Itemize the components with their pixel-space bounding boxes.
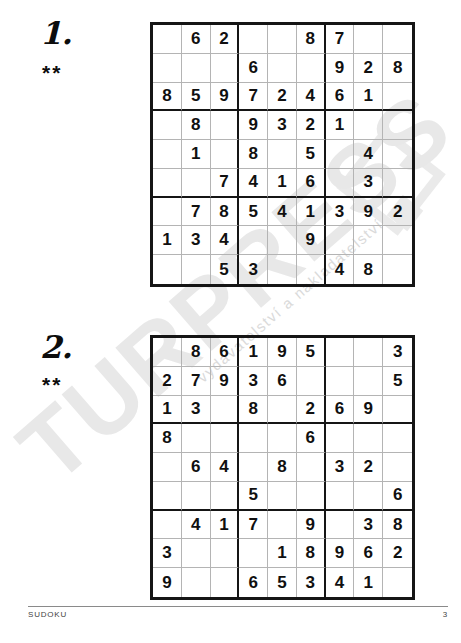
sudoku-cell-empty: [153, 511, 182, 540]
sudoku-cell-given: 3: [153, 539, 182, 568]
sudoku-cell-given: 3: [354, 511, 383, 540]
book-page: TURPRESS vydavatelství a nakladatelství …: [0, 0, 461, 643]
sudoku-cell-given: 1: [211, 511, 240, 540]
sudoku-cell-empty: [153, 255, 182, 284]
sudoku-cell-given: 2: [383, 198, 412, 227]
sudoku-cell-given: 8: [211, 198, 240, 227]
sudoku-cell-given: 8: [268, 453, 297, 482]
sudoku-cell-given: 4: [211, 453, 240, 482]
sudoku-cell-empty: [153, 482, 182, 511]
sudoku-cell-empty: [326, 367, 355, 396]
sudoku-cell-given: 6: [182, 453, 211, 482]
sudoku-cell-empty: [239, 424, 268, 453]
sudoku-cell-empty: [268, 482, 297, 511]
sudoku-cell-given: 3: [326, 198, 355, 227]
sudoku-cell-empty: [153, 111, 182, 140]
sudoku-cell-empty: [326, 140, 355, 169]
sudoku-cell-empty: [211, 396, 240, 425]
sudoku-cell-given: 9: [326, 539, 355, 568]
puzzle-1-number: 1.: [40, 18, 72, 49]
sudoku-cell-empty: [182, 54, 211, 83]
sudoku-cell-empty: [268, 226, 297, 255]
sudoku-cell-given: 2: [383, 539, 412, 568]
sudoku-cell-empty: [297, 255, 326, 284]
sudoku-cell-empty: [383, 396, 412, 425]
sudoku-cell-empty: [153, 169, 182, 198]
sudoku-cell-empty: [354, 367, 383, 396]
sudoku-cell-empty: [268, 255, 297, 284]
sudoku-cell-empty: [354, 226, 383, 255]
sudoku-cell-given: 2: [354, 453, 383, 482]
sudoku-cell-given: 8: [383, 511, 412, 540]
sudoku-cell-given: 3: [182, 226, 211, 255]
sudoku-cell-given: 6: [297, 169, 326, 198]
sudoku-cell-given: 4: [354, 140, 383, 169]
sudoku-cell-empty: [211, 111, 240, 140]
sudoku-cell-given: 5: [297, 338, 326, 367]
sudoku-cell-given: 7: [211, 169, 240, 198]
sudoku-cell-empty: [211, 539, 240, 568]
sudoku-cell-given: 8: [182, 111, 211, 140]
puzzle-1-difficulty: **: [42, 62, 62, 83]
sudoku-cell-empty: [354, 424, 383, 453]
sudoku-cell-empty: [268, 140, 297, 169]
sudoku-cell-given: 8: [153, 424, 182, 453]
sudoku-cell-empty: [182, 482, 211, 511]
sudoku-cell-empty: [297, 367, 326, 396]
sudoku-cell-given: 1: [239, 338, 268, 367]
sudoku-cell-empty: [182, 169, 211, 198]
sudoku-cell-given: 8: [239, 140, 268, 169]
sudoku-cell-given: 6: [239, 568, 268, 597]
sudoku-cell-empty: [239, 539, 268, 568]
sudoku-cell-given: 6: [182, 25, 211, 54]
sudoku-cell-given: 2: [211, 25, 240, 54]
sudoku-cell-given: 2: [297, 111, 326, 140]
sudoku-cell-given: 5: [239, 198, 268, 227]
sudoku-cell-given: 7: [182, 367, 211, 396]
sudoku-cell-empty: [268, 511, 297, 540]
sudoku-cell-empty: [383, 140, 412, 169]
sudoku-cell-empty: [297, 54, 326, 83]
sudoku-cell-given: 3: [182, 396, 211, 425]
sudoku-cell-given: 1: [326, 111, 355, 140]
sudoku-cell-given: 4: [239, 169, 268, 198]
sudoku-cell-given: 7: [182, 198, 211, 227]
sudoku-cell-empty: [326, 511, 355, 540]
sudoku-cell-empty: [153, 198, 182, 227]
sudoku-cell-empty: [354, 111, 383, 140]
puzzle-2-number: 2.: [40, 332, 72, 363]
sudoku-cell-given: 1: [182, 140, 211, 169]
sudoku-cell-empty: [153, 140, 182, 169]
sudoku-cell-given: 6: [383, 482, 412, 511]
sudoku-cell-given: 4: [297, 83, 326, 112]
sudoku-cell-given: 8: [383, 54, 412, 83]
sudoku-cell-given: 2: [268, 83, 297, 112]
sudoku-cell-given: 7: [239, 511, 268, 540]
sudoku-cell-given: 9: [354, 396, 383, 425]
sudoku-board-2: 8619532793651382698664832564179383189629…: [150, 335, 415, 600]
footer-title: SUDOKU: [28, 610, 67, 619]
sudoku-cell-empty: [211, 140, 240, 169]
sudoku-cell-given: 5: [297, 140, 326, 169]
sudoku-cell-empty: [383, 83, 412, 112]
sudoku-cell-given: 8: [297, 539, 326, 568]
sudoku-cell-given: 6: [297, 424, 326, 453]
sudoku-cell-given: 1: [153, 226, 182, 255]
sudoku-cell-empty: [383, 453, 412, 482]
sudoku-cell-given: 9: [297, 511, 326, 540]
sudoku-cell-given: 3: [297, 568, 326, 597]
sudoku-cell-given: 8: [354, 255, 383, 284]
sudoku-cell-empty: [383, 255, 412, 284]
sudoku-cell-empty: [383, 111, 412, 140]
sudoku-cell-given: 9: [211, 367, 240, 396]
sudoku-cell-empty: [153, 453, 182, 482]
sudoku-cell-given: 3: [326, 453, 355, 482]
sudoku-cell-empty: [326, 169, 355, 198]
sudoku-cell-empty: [239, 226, 268, 255]
sudoku-cell-given: 4: [268, 198, 297, 227]
sudoku-cell-given: 5: [182, 83, 211, 112]
sudoku-cell-empty: [383, 169, 412, 198]
sudoku-cell-given: 5: [268, 568, 297, 597]
sudoku-cell-given: 3: [239, 367, 268, 396]
sudoku-cell-given: 4: [182, 511, 211, 540]
sudoku-cell-empty: [354, 25, 383, 54]
sudoku-cell-given: 2: [297, 396, 326, 425]
sudoku-cell-given: 3: [383, 338, 412, 367]
sudoku-cell-empty: [268, 25, 297, 54]
sudoku-cell-empty: [239, 25, 268, 54]
sudoku-cell-empty: [182, 568, 211, 597]
sudoku-cell-given: 4: [326, 568, 355, 597]
sudoku-cell-given: 9: [297, 226, 326, 255]
sudoku-cell-given: 9: [354, 198, 383, 227]
sudoku-cell-empty: [211, 568, 240, 597]
sudoku-cell-given: 8: [153, 83, 182, 112]
sudoku-cell-empty: [354, 338, 383, 367]
sudoku-cell-given: 7: [239, 83, 268, 112]
sudoku-cell-empty: [153, 338, 182, 367]
sudoku-cell-given: 8: [297, 25, 326, 54]
sudoku-cell-given: 4: [211, 226, 240, 255]
sudoku-cell-empty: [182, 424, 211, 453]
sudoku-cell-empty: [383, 226, 412, 255]
page-footer: SUDOKU 3: [28, 606, 448, 619]
sudoku-cell-given: 1: [268, 539, 297, 568]
sudoku-cell-given: 1: [297, 198, 326, 227]
sudoku-cell-given: 5: [383, 367, 412, 396]
sudoku-cell-given: 3: [354, 169, 383, 198]
sudoku-cell-given: 9: [326, 54, 355, 83]
sudoku-cell-empty: [239, 453, 268, 482]
sudoku-cell-given: 3: [268, 111, 297, 140]
sudoku-cell-empty: [326, 226, 355, 255]
sudoku-cell-empty: [153, 25, 182, 54]
sudoku-cell-empty: [211, 482, 240, 511]
sudoku-cell-given: 6: [354, 539, 383, 568]
sudoku-cell-empty: [211, 54, 240, 83]
sudoku-cell-given: 1: [354, 568, 383, 597]
sudoku-cell-empty: [182, 255, 211, 284]
sudoku-cell-given: 9: [153, 568, 182, 597]
footer-page-number: 3: [443, 610, 448, 619]
sudoku-cell-empty: [326, 482, 355, 511]
sudoku-cell-given: 7: [326, 25, 355, 54]
sudoku-cell-empty: [383, 424, 412, 453]
sudoku-cell-empty: [268, 424, 297, 453]
sudoku-cell-empty: [211, 424, 240, 453]
sudoku-cell-given: 6: [239, 54, 268, 83]
sudoku-cell-empty: [326, 338, 355, 367]
sudoku-cell-given: 4: [326, 255, 355, 284]
sudoku-cell-given: 9: [268, 338, 297, 367]
sudoku-cell-empty: [383, 25, 412, 54]
sudoku-cell-given: 8: [239, 396, 268, 425]
sudoku-cell-given: 5: [211, 255, 240, 284]
sudoku-cell-given: 6: [268, 367, 297, 396]
sudoku-cell-empty: [297, 482, 326, 511]
sudoku-cell-given: 2: [354, 54, 383, 83]
sudoku-cell-given: 6: [326, 396, 355, 425]
sudoku-cell-empty: [297, 453, 326, 482]
sudoku-cell-given: 2: [153, 367, 182, 396]
sudoku-cell-given: 6: [326, 83, 355, 112]
sudoku-cell-given: 1: [354, 83, 383, 112]
sudoku-cell-given: 8: [182, 338, 211, 367]
sudoku-cell-empty: [326, 424, 355, 453]
sudoku-cell-given: 6: [211, 338, 240, 367]
sudoku-cell-given: 9: [211, 83, 240, 112]
sudoku-cell-empty: [182, 539, 211, 568]
sudoku-cell-empty: [268, 396, 297, 425]
sudoku-cell-given: 5: [239, 482, 268, 511]
sudoku-cell-empty: [153, 54, 182, 83]
sudoku-cell-empty: [268, 54, 297, 83]
puzzle-2-difficulty: **: [42, 374, 62, 395]
sudoku-cell-empty: [354, 482, 383, 511]
sudoku-cell-given: 9: [239, 111, 268, 140]
sudoku-cell-empty: [383, 568, 412, 597]
sudoku-cell-given: 3: [239, 255, 268, 284]
sudoku-board-1: 6287692885972461893211854741637854139213…: [150, 22, 415, 287]
sudoku-cell-given: 1: [268, 169, 297, 198]
sudoku-cell-given: 1: [153, 396, 182, 425]
